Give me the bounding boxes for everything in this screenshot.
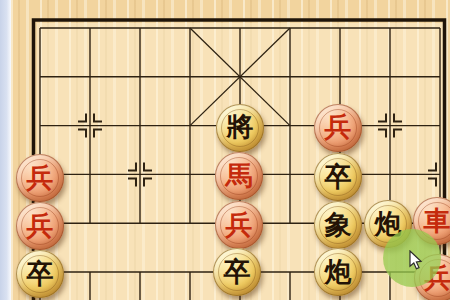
piece-black-cannon[interactable]: 炮	[314, 248, 362, 296]
piece-glyph: 兵	[425, 264, 450, 291]
xiangqi-app-screen: 將兵兵馬卒兵兵象炮車卒卒炮兵	[0, 0, 450, 300]
piece-red-soldier[interactable]: 兵	[16, 202, 64, 250]
piece-glyph: 兵	[27, 212, 54, 239]
piece-red-soldier[interactable]: 兵	[314, 104, 362, 152]
piece-glyph: 卒	[325, 163, 352, 190]
piece-black-elephant[interactable]: 象	[314, 201, 362, 249]
piece-glyph: 卒	[27, 260, 54, 287]
piece-black-soldier[interactable]: 卒	[213, 248, 261, 296]
mouse-cursor-icon	[409, 250, 425, 272]
piece-glyph: 兵	[226, 211, 253, 238]
piece-glyph: 炮	[325, 258, 352, 285]
piece-glyph: 車	[424, 207, 450, 234]
piece-glyph: 象	[325, 211, 352, 238]
piece-glyph: 兵	[27, 164, 54, 191]
piece-red-soldier[interactable]: 兵	[215, 201, 263, 249]
piece-black-cannon[interactable]: 炮	[364, 200, 412, 248]
piece-glyph: 炮	[375, 210, 402, 237]
piece-glyph: 馬	[226, 162, 253, 189]
piece-black-general[interactable]: 將	[216, 104, 264, 152]
piece-glyph: 兵	[325, 113, 352, 140]
piece-glyph: 將	[227, 113, 254, 140]
piece-glyph: 卒	[224, 258, 251, 285]
piece-black-soldier[interactable]: 卒	[16, 250, 64, 298]
